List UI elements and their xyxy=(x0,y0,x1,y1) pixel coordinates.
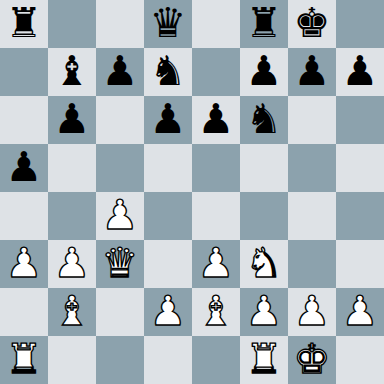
square-g1[interactable]: ♚ xyxy=(288,336,336,384)
chess-board: ♜♛♜♚♝♟♞♟♟♟♟♟♟♞♟♟♟♟♛♟♞♝♟♝♟♟♟♜♜♚ xyxy=(0,0,384,384)
square-g6[interactable] xyxy=(288,96,336,144)
square-e4[interactable] xyxy=(192,192,240,240)
black-pawn-piece[interactable]: ♟ xyxy=(294,48,331,95)
white-pawn-piece[interactable]: ♟ xyxy=(54,240,91,287)
square-a3[interactable]: ♟ xyxy=(0,240,48,288)
black-pawn-piece[interactable]: ♟ xyxy=(150,96,187,143)
square-e7[interactable] xyxy=(192,48,240,96)
square-a7[interactable] xyxy=(0,48,48,96)
square-c2[interactable] xyxy=(96,288,144,336)
square-f3[interactable]: ♞ xyxy=(240,240,288,288)
square-h2[interactable]: ♟ xyxy=(336,288,384,336)
square-e6[interactable]: ♟ xyxy=(192,96,240,144)
square-b1[interactable] xyxy=(48,336,96,384)
square-e5[interactable] xyxy=(192,144,240,192)
square-d3[interactable] xyxy=(144,240,192,288)
square-a1[interactable]: ♜ xyxy=(0,336,48,384)
square-a5[interactable]: ♟ xyxy=(0,144,48,192)
black-pawn-piece[interactable]: ♟ xyxy=(198,96,235,143)
square-f5[interactable] xyxy=(240,144,288,192)
square-a6[interactable] xyxy=(0,96,48,144)
black-rook-piece[interactable]: ♜ xyxy=(6,0,43,47)
square-b7[interactable]: ♝ xyxy=(48,48,96,96)
square-f8[interactable]: ♜ xyxy=(240,0,288,48)
square-e2[interactable]: ♝ xyxy=(192,288,240,336)
square-f2[interactable]: ♟ xyxy=(240,288,288,336)
black-pawn-piece[interactable]: ♟ xyxy=(342,48,379,95)
square-d2[interactable]: ♟ xyxy=(144,288,192,336)
square-h3[interactable] xyxy=(336,240,384,288)
square-d8[interactable]: ♛ xyxy=(144,0,192,48)
white-queen-piece[interactable]: ♛ xyxy=(102,240,139,287)
white-pawn-piece[interactable]: ♟ xyxy=(294,288,331,335)
black-knight-piece[interactable]: ♞ xyxy=(246,96,283,143)
white-king-piece[interactable]: ♚ xyxy=(294,336,331,383)
square-c8[interactable] xyxy=(96,0,144,48)
square-b8[interactable] xyxy=(48,0,96,48)
square-d7[interactable]: ♞ xyxy=(144,48,192,96)
white-pawn-piece[interactable]: ♟ xyxy=(150,288,187,335)
white-bishop-piece[interactable]: ♝ xyxy=(198,288,235,335)
black-queen-piece[interactable]: ♛ xyxy=(150,0,187,47)
white-pawn-piece[interactable]: ♟ xyxy=(6,240,43,287)
square-c1[interactable] xyxy=(96,336,144,384)
square-e3[interactable]: ♟ xyxy=(192,240,240,288)
square-d4[interactable] xyxy=(144,192,192,240)
square-c7[interactable]: ♟ xyxy=(96,48,144,96)
white-knight-piece[interactable]: ♞ xyxy=(246,240,283,287)
white-pawn-piece[interactable]: ♟ xyxy=(246,288,283,335)
square-b2[interactable]: ♝ xyxy=(48,288,96,336)
square-d5[interactable] xyxy=(144,144,192,192)
square-d1[interactable] xyxy=(144,336,192,384)
black-pawn-piece[interactable]: ♟ xyxy=(246,48,283,95)
square-f1[interactable]: ♜ xyxy=(240,336,288,384)
square-a2[interactable] xyxy=(0,288,48,336)
square-f6[interactable]: ♞ xyxy=(240,96,288,144)
black-pawn-piece[interactable]: ♟ xyxy=(6,144,43,191)
square-h8[interactable] xyxy=(336,0,384,48)
white-pawn-piece[interactable]: ♟ xyxy=(342,288,379,335)
square-g5[interactable] xyxy=(288,144,336,192)
square-h6[interactable] xyxy=(336,96,384,144)
square-b5[interactable] xyxy=(48,144,96,192)
black-pawn-piece[interactable]: ♟ xyxy=(102,48,139,95)
square-g4[interactable] xyxy=(288,192,336,240)
square-f7[interactable]: ♟ xyxy=(240,48,288,96)
square-c6[interactable] xyxy=(96,96,144,144)
square-c4[interactable]: ♟ xyxy=(96,192,144,240)
black-bishop-piece[interactable]: ♝ xyxy=(54,48,91,95)
square-h1[interactable] xyxy=(336,336,384,384)
square-a8[interactable]: ♜ xyxy=(0,0,48,48)
square-e1[interactable] xyxy=(192,336,240,384)
white-pawn-piece[interactable]: ♟ xyxy=(198,240,235,287)
black-king-piece[interactable]: ♚ xyxy=(294,0,331,47)
white-bishop-piece[interactable]: ♝ xyxy=(54,288,91,335)
square-d6[interactable]: ♟ xyxy=(144,96,192,144)
square-b6[interactable]: ♟ xyxy=(48,96,96,144)
square-g7[interactable]: ♟ xyxy=(288,48,336,96)
square-e8[interactable] xyxy=(192,0,240,48)
square-h5[interactable] xyxy=(336,144,384,192)
square-c3[interactable]: ♛ xyxy=(96,240,144,288)
square-g3[interactable] xyxy=(288,240,336,288)
square-c5[interactable] xyxy=(96,144,144,192)
square-f4[interactable] xyxy=(240,192,288,240)
black-pawn-piece[interactable]: ♟ xyxy=(54,96,91,143)
square-a4[interactable] xyxy=(0,192,48,240)
black-rook-piece[interactable]: ♜ xyxy=(246,0,283,47)
square-g8[interactable]: ♚ xyxy=(288,0,336,48)
white-pawn-piece[interactable]: ♟ xyxy=(102,192,139,239)
black-knight-piece[interactable]: ♞ xyxy=(150,48,187,95)
square-g2[interactable]: ♟ xyxy=(288,288,336,336)
square-h4[interactable] xyxy=(336,192,384,240)
white-rook-piece[interactable]: ♜ xyxy=(6,336,43,383)
square-h7[interactable]: ♟ xyxy=(336,48,384,96)
square-b4[interactable] xyxy=(48,192,96,240)
square-b3[interactable]: ♟ xyxy=(48,240,96,288)
white-rook-piece[interactable]: ♜ xyxy=(246,336,283,383)
